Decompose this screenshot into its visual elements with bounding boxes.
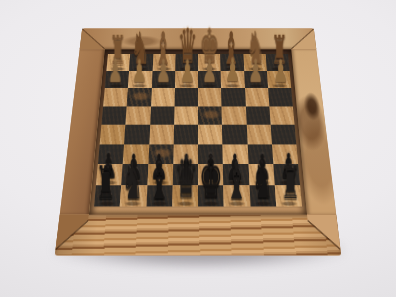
chess-piece-wP[interactable]: ♟ [225,56,240,87]
chess-piece-wP[interactable]: ♟ [248,57,263,88]
board-square-r5c2[interactable] [124,125,149,144]
board-square-r5c4[interactable] [173,125,198,144]
chess-piece-bK[interactable]: ♚ [199,152,223,207]
board-square-r8c3[interactable]: ♝ [146,185,172,207]
board-square-r3c2[interactable] [127,88,152,106]
board-square-r4c6[interactable] [222,106,247,125]
board-square-r3c5[interactable] [198,88,222,106]
board-square-r3c7[interactable] [245,88,270,106]
board-square-r3c8[interactable] [268,88,293,106]
chess-piece-wP[interactable]: ♟ [273,57,288,88]
board-square-r5c8[interactable] [270,125,296,144]
board-square-r8c2[interactable]: ♞ [120,185,147,207]
chess-piece-wP[interactable]: ♟ [155,57,170,88]
board-square-r8c8[interactable]: ♜ [275,185,302,207]
chess-piece-bN[interactable]: ♞ [251,156,272,205]
board-square-r5c7[interactable] [246,125,271,144]
board-square-r2c4[interactable]: ♟ [175,71,198,88]
chess-piece-bB[interactable]: ♝ [148,157,169,206]
board-square-r8c4[interactable]: ♛ [172,185,198,207]
board-square-r3c4[interactable] [174,88,198,106]
board-square-r2c8[interactable]: ♟ [267,71,291,88]
board-square-r5c3[interactable] [149,125,174,144]
board-square-r3c6[interactable] [221,88,245,106]
board-square-r4c2[interactable] [126,106,151,125]
board-recess: ♜♞♝♛♚♝♞♜♟♟♟♟♟♟♟♟♟♟♟♟♟♟♟♟♜♞♝♛♚♝♞♜ [89,49,307,214]
chess-piece-wP[interactable]: ♟ [180,57,195,88]
chess-piece-wP[interactable]: ♟ [108,57,123,88]
board-square-r5c6[interactable] [222,125,247,144]
board-square-r4c5[interactable] [198,106,222,125]
board-square-r5c5[interactable] [198,125,223,144]
board-square-r2c6[interactable]: ♟ [221,71,245,88]
board-square-r4c4[interactable] [174,106,198,125]
board-square-r2c2[interactable]: ♟ [128,71,152,88]
board-square-r3c1[interactable] [103,88,128,106]
board-square-r2c7[interactable]: ♟ [244,71,268,88]
chess-piece-wP[interactable]: ♟ [202,57,217,88]
photo-background: ♜♞♝♛♚♝♞♜♟♟♟♟♟♟♟♟♟♟♟♟♟♟♟♟♜♞♝♛♚♝♞♜ [0,0,396,297]
chess-piece-bR[interactable]: ♜ [280,161,300,206]
board-square-r8c1[interactable]: ♜ [94,185,121,207]
chess-piece-bB[interactable]: ♝ [226,157,247,206]
board-square-r8c5[interactable]: ♚ [198,185,224,207]
board-square-r2c5[interactable]: ♟ [198,71,221,88]
chess-piece-bR[interactable]: ♜ [96,161,116,206]
chess-board-tray: ♜♞♝♛♚♝♞♜♟♟♟♟♟♟♟♟♟♟♟♟♟♟♟♟♜♞♝♛♚♝♞♜ [55,28,341,255]
board-square-r2c3[interactable]: ♟ [151,71,175,88]
board-square-r8c6[interactable]: ♝ [224,185,250,207]
board-square-r2c1[interactable]: ♟ [105,71,129,88]
board-square-r3c3[interactable] [151,88,175,106]
board-square-r5c1[interactable] [100,125,126,144]
board-square-r8c7[interactable]: ♞ [249,185,276,207]
chess-board: ♜♞♝♛♚♝♞♜♟♟♟♟♟♟♟♟♟♟♟♟♟♟♟♟♜♞♝♛♚♝♞♜ [94,54,302,207]
chess-piece-bN[interactable]: ♞ [122,157,143,206]
board-square-r4c8[interactable] [269,106,294,125]
board-square-r4c1[interactable] [101,106,126,125]
chess-piece-bQ[interactable]: ♛ [174,152,198,207]
board-square-r4c3[interactable] [150,106,175,125]
chess-piece-wP[interactable]: ♟ [132,57,147,88]
frame-bottom [55,215,341,256]
board-square-r4c7[interactable] [245,106,270,125]
